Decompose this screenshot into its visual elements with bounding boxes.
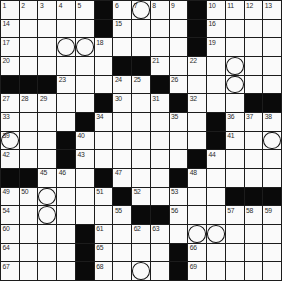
cell-r3c2[interactable] [20, 38, 38, 56]
clue-number-39: 39 [3, 132, 10, 139]
black-cell-r7c5 [76, 113, 94, 131]
clue-number-11: 11 [227, 2, 233, 9]
cell-r1c5[interactable]: 5 [76, 1, 94, 19]
clue-number-13: 13 [265, 2, 272, 9]
clue-number-52: 52 [134, 188, 141, 195]
clue-number-6: 6 [115, 2, 118, 9]
clue-number-8: 8 [152, 2, 155, 9]
cell-r4c14[interactable] [245, 57, 263, 75]
cell-r9c13[interactable] [226, 150, 244, 168]
black-cell-r5c3 [38, 76, 56, 94]
clue-number-65: 65 [96, 244, 103, 251]
cell-r9c3[interactable] [38, 150, 56, 168]
cell-r13c12[interactable] [207, 225, 225, 243]
cell-r5c15[interactable] [263, 76, 281, 94]
clue-number-4: 4 [59, 2, 62, 9]
clue-number-46: 46 [59, 169, 66, 176]
cell-r2c14[interactable] [245, 20, 263, 38]
cell-r13c2[interactable] [20, 225, 38, 243]
cell-r1c4[interactable]: 4 [57, 1, 75, 19]
cell-r14c6[interactable]: 65 [95, 244, 113, 262]
clue-number-43: 43 [77, 151, 84, 158]
cell-r7c6[interactable]: 34 [95, 113, 113, 131]
cell-r7c2[interactable] [20, 113, 38, 131]
cell-r11c8[interactable]: 52 [132, 188, 150, 206]
cell-r3c1[interactable]: 17 [1, 38, 19, 56]
cell-r12c5[interactable] [76, 206, 94, 224]
cell-r6c8[interactable] [132, 94, 150, 112]
cell-r1c9[interactable]: 8 [151, 1, 169, 19]
cell-r11c3[interactable] [38, 188, 56, 206]
cell-r5c11[interactable] [188, 76, 206, 94]
cell-r10c13[interactable] [226, 169, 244, 187]
cell-r3c3[interactable] [38, 38, 56, 56]
cell-r4c2[interactable] [20, 57, 38, 75]
cell-r13c7[interactable] [113, 225, 131, 243]
black-cell-r5c9 [151, 76, 169, 94]
clue-number-40: 40 [77, 132, 84, 139]
cell-r13c3[interactable] [38, 225, 56, 243]
crossword-grid: 1234567891011121314151617181920212223242… [0, 0, 282, 281]
cell-r3c12[interactable]: 19 [207, 38, 225, 56]
cell-r9c12[interactable]: 44 [207, 150, 225, 168]
cell-r14c3[interactable] [38, 244, 56, 262]
cell-r9c15[interactable] [263, 150, 281, 168]
cell-r1c1[interactable]: 1 [1, 1, 19, 19]
black-cell-r5c2 [20, 76, 38, 94]
cell-r8c14[interactable] [245, 132, 263, 150]
cell-r5c12[interactable] [207, 76, 225, 94]
cell-r10c5[interactable] [76, 169, 94, 187]
cell-r15c8[interactable] [132, 262, 150, 280]
cell-r5c5[interactable] [76, 76, 94, 94]
cell-r8c11[interactable] [188, 132, 206, 150]
cell-r6c13[interactable] [226, 94, 244, 112]
cell-r12c15[interactable]: 59 [263, 206, 281, 224]
clue-number-31: 31 [152, 95, 159, 102]
cell-r5c14[interactable] [245, 76, 263, 94]
cell-r5c7[interactable]: 24 [113, 76, 131, 94]
cell-r13c13[interactable] [226, 225, 244, 243]
clue-number-61: 61 [96, 225, 103, 232]
circle-marker-r3c5 [76, 38, 94, 56]
cell-r9c1[interactable]: 42 [1, 150, 19, 168]
cell-r4c5[interactable] [76, 57, 94, 75]
cell-r1c2[interactable]: 2 [20, 1, 38, 19]
cell-r12c10[interactable]: 56 [170, 206, 188, 224]
cell-r8c15[interactable] [263, 132, 281, 150]
black-cell-r6c6 [95, 94, 113, 112]
clue-number-38: 38 [265, 113, 272, 120]
clue-number-37: 37 [246, 113, 253, 120]
cell-r15c1[interactable]: 67 [1, 262, 19, 280]
cell-r8c9[interactable] [151, 132, 169, 150]
clue-number-50: 50 [21, 188, 28, 195]
cell-r15c2[interactable] [20, 262, 38, 280]
cell-r2c10[interactable] [170, 20, 188, 38]
clue-number-47: 47 [115, 169, 122, 176]
cell-r3c5[interactable] [76, 38, 94, 56]
clue-number-29: 29 [40, 95, 47, 102]
cell-r12c14[interactable]: 58 [245, 206, 263, 224]
cell-r11c2[interactable]: 50 [20, 188, 38, 206]
cell-r6c4[interactable] [57, 94, 75, 112]
cell-r8c13[interactable]: 41 [226, 132, 244, 150]
cell-r13c9[interactable]: 63 [151, 225, 169, 243]
clue-number-59: 59 [265, 207, 272, 214]
cell-r2c13[interactable] [226, 20, 244, 38]
circle-marker-r3c4 [57, 38, 75, 56]
cell-r1c13[interactable]: 11 [226, 1, 244, 19]
cell-r15c13[interactable] [226, 262, 244, 280]
clue-number-20: 20 [3, 57, 10, 64]
cell-r6c11[interactable]: 32 [188, 94, 206, 112]
cell-r2c2[interactable] [20, 20, 38, 38]
clue-number-7: 7 [134, 2, 137, 9]
black-cell-r4c8 [132, 57, 150, 75]
cell-r13c1[interactable]: 60 [1, 225, 19, 243]
clue-number-62: 62 [134, 225, 141, 232]
cell-r11c6[interactable]: 51 [95, 188, 113, 206]
black-cell-r3c11 [188, 38, 206, 56]
cell-r1c10[interactable]: 9 [170, 1, 188, 19]
cell-r15c3[interactable] [38, 262, 56, 280]
clue-number-56: 56 [171, 207, 178, 214]
cell-r10c9[interactable] [151, 169, 169, 187]
cell-r10c15[interactable] [263, 169, 281, 187]
black-cell-r1c11 [188, 1, 206, 19]
cell-r7c7[interactable] [113, 113, 131, 131]
cell-r8c7[interactable] [113, 132, 131, 150]
clue-number-35: 35 [171, 113, 178, 120]
cell-r7c14[interactable]: 37 [245, 113, 263, 131]
clue-number-68: 68 [96, 263, 103, 270]
clue-number-15: 15 [115, 20, 122, 27]
cell-r9c5[interactable]: 43 [76, 150, 94, 168]
clue-number-36: 36 [227, 113, 234, 120]
cell-r10c8[interactable] [132, 169, 150, 187]
clue-number-69: 69 [190, 263, 197, 270]
black-cell-r7c12 [207, 113, 225, 131]
black-cell-r8c4 [57, 132, 75, 150]
cell-r3c6[interactable]: 18 [95, 38, 113, 56]
cell-r8c2[interactable] [20, 132, 38, 150]
cell-r8c6[interactable] [95, 132, 113, 150]
cell-r14c2[interactable] [20, 244, 38, 262]
cell-r9c14[interactable] [245, 150, 263, 168]
cell-r7c1[interactable]: 33 [1, 113, 19, 131]
cell-r10c4[interactable]: 46 [57, 169, 75, 187]
cell-r2c5[interactable] [76, 20, 94, 38]
cell-r15c14[interactable] [245, 262, 263, 280]
cell-r4c1[interactable]: 20 [1, 57, 19, 75]
cell-r2c4[interactable] [57, 20, 75, 38]
cell-r14c1[interactable]: 64 [1, 244, 19, 262]
circle-marker-r4c13 [226, 57, 244, 75]
cell-r15c12[interactable] [207, 262, 225, 280]
black-cell-r8c12 [207, 132, 225, 150]
cell-r13c4[interactable] [57, 225, 75, 243]
clue-number-48: 48 [190, 169, 197, 176]
cell-r2c12[interactable]: 16 [207, 20, 225, 38]
black-cell-r6c10 [170, 94, 188, 112]
cell-r12c12[interactable] [207, 206, 225, 224]
black-cell-r15c5 [76, 262, 94, 280]
clue-number-3: 3 [40, 2, 43, 9]
cell-r15c4[interactable] [57, 262, 75, 280]
cell-r4c6[interactable] [95, 57, 113, 75]
clue-number-25: 25 [134, 76, 141, 83]
clue-number-21: 21 [152, 57, 159, 64]
cell-r12c11[interactable] [188, 206, 206, 224]
cell-r11c11[interactable] [188, 188, 206, 206]
cell-r3c4[interactable] [57, 38, 75, 56]
clue-number-55: 55 [115, 207, 122, 214]
clue-number-32: 32 [190, 95, 197, 102]
cell-r13c15[interactable] [263, 225, 281, 243]
clue-number-19: 19 [209, 39, 216, 46]
black-cell-r11c14 [245, 188, 263, 206]
cell-r14c8[interactable] [132, 244, 150, 262]
black-cell-r9c11 [188, 150, 206, 168]
cell-r4c3[interactable] [38, 57, 56, 75]
clue-number-45: 45 [40, 169, 47, 176]
cell-r15c11[interactable]: 69 [188, 262, 206, 280]
cell-r2c8[interactable] [132, 20, 150, 38]
clue-number-44: 44 [209, 151, 216, 158]
circle-marker-r12c3 [38, 206, 56, 224]
clue-number-63: 63 [152, 225, 159, 232]
black-cell-r12c9 [151, 206, 169, 224]
cell-r4c9[interactable]: 21 [151, 57, 169, 75]
cell-r1c12[interactable]: 10 [207, 1, 225, 19]
cell-r14c11[interactable]: 66 [188, 244, 206, 262]
cell-r2c3[interactable] [38, 20, 56, 38]
cell-r15c7[interactable] [113, 262, 131, 280]
cell-r8c8[interactable] [132, 132, 150, 150]
cell-r10c12[interactable] [207, 169, 225, 187]
black-cell-r4c7 [113, 57, 131, 75]
clue-number-58: 58 [246, 207, 253, 214]
cell-r3c10[interactable] [170, 38, 188, 56]
black-cell-r10c6 [95, 169, 113, 187]
clue-number-41: 41 [227, 132, 234, 139]
cell-r11c1[interactable]: 49 [1, 188, 19, 206]
cell-r14c15[interactable] [263, 244, 281, 262]
crossword-puzzle: 1234567891011121314151617181920212223242… [0, 0, 282, 281]
cell-r6c5[interactable] [76, 94, 94, 112]
clue-number-57: 57 [227, 207, 234, 214]
cell-r12c1[interactable]: 54 [1, 206, 19, 224]
cell-r6c12[interactable] [207, 94, 225, 112]
cell-r7c15[interactable]: 38 [263, 113, 281, 131]
cell-r9c10[interactable] [170, 150, 188, 168]
cell-r11c10[interactable]: 53 [170, 188, 188, 206]
cell-r6c1[interactable]: 27 [1, 94, 19, 112]
cell-r12c13[interactable]: 57 [226, 206, 244, 224]
clue-number-5: 5 [77, 2, 80, 9]
cell-r7c4[interactable] [57, 113, 75, 131]
clue-number-51: 51 [96, 188, 103, 195]
cell-r8c1[interactable]: 39 [1, 132, 19, 150]
circle-marker-r13c12 [207, 225, 225, 243]
black-cell-r9c4 [57, 150, 75, 168]
cell-r3c7[interactable] [113, 38, 131, 56]
clue-number-17: 17 [3, 39, 10, 46]
black-cell-r6c15 [263, 94, 281, 112]
clue-number-53: 53 [171, 188, 178, 195]
cell-r10c7[interactable]: 47 [113, 169, 131, 187]
circle-marker-r13c11 [188, 225, 206, 243]
clue-number-60: 60 [3, 225, 10, 232]
cell-r5c8[interactable]: 25 [132, 76, 150, 94]
cell-r4c11[interactable]: 22 [188, 57, 206, 75]
cell-r3c14[interactable] [245, 38, 263, 56]
clue-number-49: 49 [3, 188, 10, 195]
cell-r7c11[interactable] [188, 113, 206, 131]
cell-r8c10[interactable] [170, 132, 188, 150]
black-cell-r6c14 [245, 94, 263, 112]
cell-r6c7[interactable]: 30 [113, 94, 131, 112]
cell-r15c9[interactable] [151, 262, 169, 280]
clue-number-24: 24 [115, 76, 122, 83]
clue-number-22: 22 [190, 57, 197, 64]
cell-r8c3[interactable] [38, 132, 56, 150]
black-cell-r1c6 [95, 1, 113, 19]
cell-r9c7[interactable] [113, 150, 131, 168]
black-cell-r2c6 [95, 20, 113, 38]
black-cell-r14c5 [76, 244, 94, 262]
cell-r4c10[interactable] [170, 57, 188, 75]
cell-r3c8[interactable] [132, 38, 150, 56]
cell-r1c3[interactable]: 3 [38, 1, 56, 19]
clue-number-42: 42 [3, 151, 10, 158]
cell-r13c11[interactable] [188, 225, 206, 243]
cell-r14c14[interactable] [245, 244, 263, 262]
cell-r1c14[interactable]: 12 [245, 1, 263, 19]
cell-r12c7[interactable]: 55 [113, 206, 131, 224]
cell-r14c13[interactable] [226, 244, 244, 262]
cell-r9c8[interactable] [132, 150, 150, 168]
cell-r3c13[interactable] [226, 38, 244, 56]
cell-r10c14[interactable] [245, 169, 263, 187]
black-cell-r10c2 [20, 169, 38, 187]
cell-r6c2[interactable]: 28 [20, 94, 38, 112]
cell-r11c9[interactable] [151, 188, 169, 206]
cell-r15c6[interactable]: 68 [95, 262, 113, 280]
cell-r9c2[interactable] [20, 150, 38, 168]
cell-r7c9[interactable] [151, 113, 169, 131]
cell-r3c9[interactable] [151, 38, 169, 56]
cell-r7c10[interactable]: 35 [170, 113, 188, 131]
circle-marker-r11c3 [38, 188, 56, 206]
cell-r4c15[interactable] [263, 57, 281, 75]
clue-number-64: 64 [3, 244, 10, 251]
black-cell-r10c1 [1, 169, 19, 187]
black-cell-r5c1 [1, 76, 19, 94]
clue-number-1: 1 [3, 2, 6, 9]
cell-r12c3[interactable] [38, 206, 56, 224]
cell-r1c7[interactable]: 6 [113, 1, 131, 19]
clue-number-10: 10 [209, 2, 216, 9]
cell-r2c9[interactable] [151, 20, 169, 38]
black-cell-r15c10 [170, 262, 188, 280]
cell-r13c6[interactable]: 61 [95, 225, 113, 243]
cell-r12c6[interactable] [95, 206, 113, 224]
circle-marker-r8c15 [263, 132, 281, 150]
clue-number-14: 14 [3, 20, 10, 27]
cell-r1c8[interactable]: 7 [132, 1, 150, 19]
cell-r5c4[interactable]: 23 [57, 76, 75, 94]
cell-r10c11[interactable]: 48 [188, 169, 206, 187]
cell-r12c4[interactable] [57, 206, 75, 224]
clue-number-9: 9 [171, 2, 174, 9]
cell-r13c10[interactable] [170, 225, 188, 243]
cell-r7c3[interactable] [38, 113, 56, 131]
cell-r12c2[interactable] [20, 206, 38, 224]
black-cell-r10c10 [170, 169, 188, 187]
cell-r5c10[interactable]: 26 [170, 76, 188, 94]
black-cell-r13c5 [76, 225, 94, 243]
cell-r2c1[interactable]: 14 [1, 20, 19, 38]
cell-r4c12[interactable] [207, 57, 225, 75]
clue-number-30: 30 [115, 95, 122, 102]
cell-r10c3[interactable]: 45 [38, 169, 56, 187]
clue-number-16: 16 [209, 20, 216, 27]
cell-r7c8[interactable] [132, 113, 150, 131]
clue-number-54: 54 [3, 207, 10, 214]
clue-number-34: 34 [96, 113, 103, 120]
clue-number-28: 28 [21, 95, 28, 102]
cell-r9c9[interactable] [151, 150, 169, 168]
black-cell-r11c7 [113, 188, 131, 206]
cell-r6c3[interactable]: 29 [38, 94, 56, 112]
cell-r14c7[interactable] [113, 244, 131, 262]
cell-r2c15[interactable] [263, 20, 281, 38]
clue-number-26: 26 [171, 76, 178, 83]
cell-r1c15[interactable]: 13 [263, 1, 281, 19]
cell-r14c12[interactable] [207, 244, 225, 262]
cell-r9c6[interactable] [95, 150, 113, 168]
clue-number-66: 66 [190, 244, 197, 251]
black-cell-r11c15 [263, 188, 281, 206]
cell-r8c5[interactable]: 40 [76, 132, 94, 150]
cell-r4c13[interactable] [226, 57, 244, 75]
cell-r14c9[interactable] [151, 244, 169, 262]
cell-r13c14[interactable] [245, 225, 263, 243]
clue-number-18: 18 [96, 39, 103, 46]
cell-r3c15[interactable] [263, 38, 281, 56]
cell-r5c6[interactable] [95, 76, 113, 94]
cell-r11c5[interactable] [76, 188, 94, 206]
cell-r6c9[interactable]: 31 [151, 94, 169, 112]
cell-r2c7[interactable]: 15 [113, 20, 131, 38]
cell-r7c13[interactable]: 36 [226, 113, 244, 131]
clue-number-12: 12 [246, 2, 253, 9]
cell-r11c12[interactable] [207, 188, 225, 206]
cell-r11c4[interactable] [57, 188, 75, 206]
clue-number-23: 23 [59, 76, 66, 83]
cell-r15c15[interactable] [263, 262, 281, 280]
clue-number-33: 33 [3, 113, 10, 120]
black-cell-r14c10 [170, 244, 188, 262]
clue-number-2: 2 [21, 2, 24, 9]
cell-r13c8[interactable]: 62 [132, 225, 150, 243]
clue-number-67: 67 [3, 263, 10, 270]
cell-r14c4[interactable] [57, 244, 75, 262]
cell-r5c13[interactable] [226, 76, 244, 94]
cell-r4c4[interactable] [57, 57, 75, 75]
